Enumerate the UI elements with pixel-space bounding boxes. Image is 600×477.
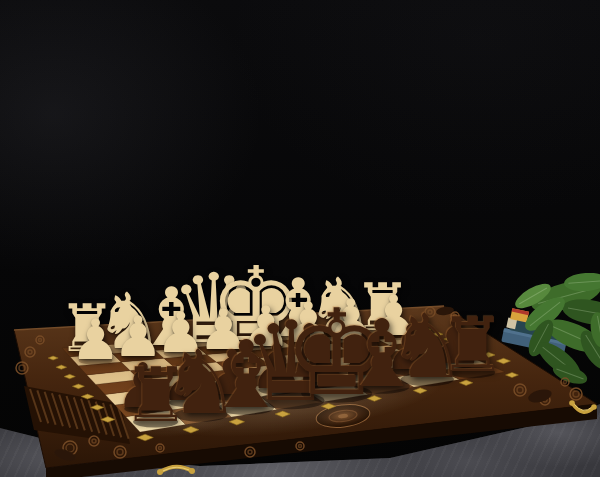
photo-chess-scene: ♜♞♝♛♚♝♞♜♟♟♟♟♟♟♟♟♟♟♟♟♟♟♟♟♜♞♝♛♚♝♞♜	[0, 0, 600, 477]
piece-black-rook-h8[interactable]: ♜	[439, 308, 506, 383]
brass-front-handle[interactable]	[157, 467, 195, 475]
